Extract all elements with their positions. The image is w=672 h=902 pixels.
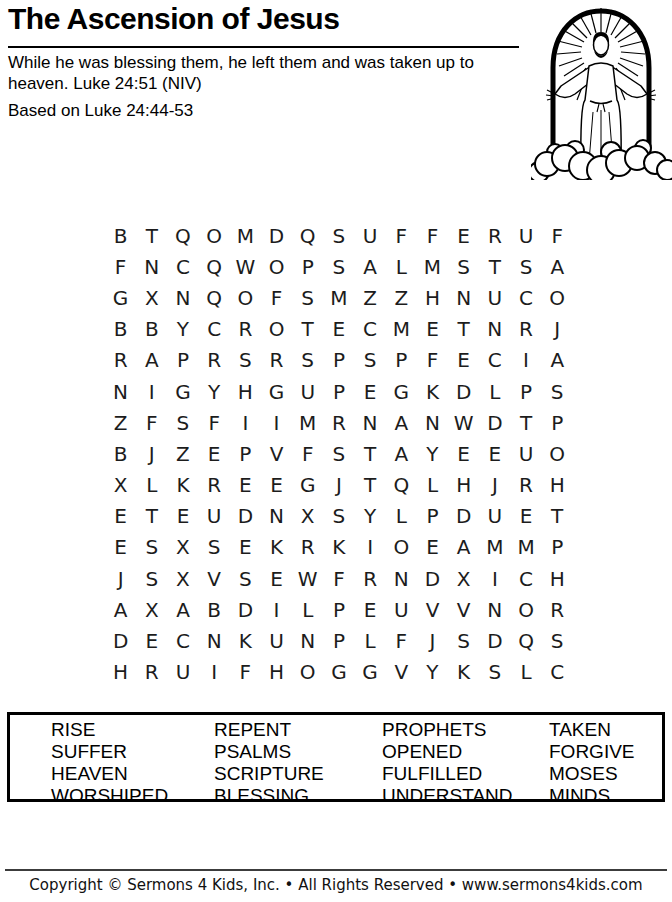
grid-cell-r1c2[interactable]: T: [136, 220, 167, 251]
grid-cell-r4c11[interactable]: E: [417, 314, 448, 345]
grid-cell-r9c2[interactable]: L: [136, 470, 167, 501]
word-bank-list: RISEREPENTPROPHETSTAKENSUFFERPSALMSOPENE…: [10, 715, 662, 807]
grid-cell-r9c1[interactable]: X: [105, 470, 136, 501]
copyright-text: Copyright © Sermons 4 Kids, Inc. • All R…: [0, 876, 672, 894]
word-bank-item-scripture: SCRIPTURE: [214, 763, 382, 785]
grid-cell-r12c6[interactable]: E: [261, 563, 292, 594]
grid-cell-r10c14[interactable]: E: [510, 501, 541, 532]
grid-cell-r7c4[interactable]: F: [199, 407, 230, 438]
grid-cell-r8c12[interactable]: E: [448, 438, 479, 469]
grid-cell-r12c14[interactable]: C: [510, 563, 541, 594]
grid-cell-r11c15[interactable]: P: [542, 532, 573, 563]
grid-cell-r3c4[interactable]: Q: [199, 282, 230, 313]
grid-cell-r10c13[interactable]: U: [479, 501, 510, 532]
grid-cell-r9c8[interactable]: J: [323, 470, 354, 501]
grid-cell-r4c5[interactable]: R: [230, 314, 261, 345]
grid-cell-r11c5[interactable]: E: [230, 532, 261, 563]
grid-cell-r7c2[interactable]: F: [136, 407, 167, 438]
grid-cell-r8c4[interactable]: E: [199, 438, 230, 469]
grid-cell-r1c12[interactable]: E: [448, 220, 479, 251]
grid-cell-r8c13[interactable]: E: [479, 438, 510, 469]
grid-cell-r2c13[interactable]: T: [479, 251, 510, 282]
grid-cell-r5c1[interactable]: R: [105, 345, 136, 376]
grid-cell-r1c1[interactable]: B: [105, 220, 136, 251]
grid-cell-r15c11[interactable]: Y: [417, 657, 448, 688]
page-title: The Ascension of Jesus: [8, 2, 339, 36]
grid-cell-r2c14[interactable]: S: [510, 251, 541, 282]
grid-cell-r15c8[interactable]: G: [323, 657, 354, 688]
grid-cell-r15c10[interactable]: V: [386, 657, 417, 688]
grid-cell-r12c8[interactable]: F: [323, 563, 354, 594]
grid-cell-r11c1[interactable]: E: [105, 532, 136, 563]
grid-cell-r6c8[interactable]: P: [323, 376, 354, 407]
grid-cell-r5c15[interactable]: A: [542, 345, 573, 376]
grid-cell-r1c3[interactable]: Q: [167, 220, 198, 251]
grid-cell-r7c3[interactable]: S: [167, 407, 198, 438]
grid-cell-r6c5[interactable]: H: [230, 376, 261, 407]
grid-cell-r6c13[interactable]: L: [479, 376, 510, 407]
grid-cell-r6c3[interactable]: G: [167, 376, 198, 407]
grid-cell-r9c5[interactable]: E: [230, 470, 261, 501]
grid-cell-r1c4[interactable]: O: [199, 220, 230, 251]
grid-cell-r2c3[interactable]: C: [167, 251, 198, 282]
grid-cell-r4c2[interactable]: B: [136, 314, 167, 345]
grid-cell-r10c10[interactable]: L: [386, 501, 417, 532]
grid-cell-r3c15[interactable]: O: [542, 282, 573, 313]
grid-cell-r4c8[interactable]: E: [323, 314, 354, 345]
grid-cell-r3c7[interactable]: S: [292, 282, 323, 313]
grid-cell-r4c14[interactable]: R: [510, 314, 541, 345]
grid-cell-r13c9[interactable]: E: [355, 594, 386, 625]
grid-cell-r1c13[interactable]: R: [479, 220, 510, 251]
word-bank-item-psalms: PSALMS: [214, 741, 382, 763]
grid-cell-r15c12[interactable]: K: [448, 657, 479, 688]
word-bank: RISEREPENTPROPHETSTAKENSUFFERPSALMSOPENE…: [7, 712, 665, 802]
worksheet-page: The Ascension of Jesus While he was bles…: [0, 0, 672, 902]
grid-cell-r5c10[interactable]: P: [386, 345, 417, 376]
grid-cell-r8c15[interactable]: O: [542, 438, 573, 469]
grid-cell-r12c5[interactable]: S: [230, 563, 261, 594]
grid-cell-r14c9[interactable]: L: [355, 625, 386, 656]
grid-cell-r2c11[interactable]: M: [417, 251, 448, 282]
verse-text: While he was blessing them, he left them…: [8, 52, 548, 94]
grid-cell-r2c5[interactable]: W: [230, 251, 261, 282]
title-divider: [8, 46, 519, 48]
grid-cell-r4c1[interactable]: B: [105, 314, 136, 345]
grid-cell-r7c6[interactable]: I: [261, 407, 292, 438]
grid-cell-r8c3[interactable]: Z: [167, 438, 198, 469]
grid-cell-r4c12[interactable]: T: [448, 314, 479, 345]
grid-cell-r6c4[interactable]: Y: [199, 376, 230, 407]
grid-cell-r1c9[interactable]: U: [355, 220, 386, 251]
grid-cell-r8c11[interactable]: Y: [417, 438, 448, 469]
grid-cell-r12c10[interactable]: N: [386, 563, 417, 594]
grid-cell-r7c7[interactable]: M: [292, 407, 323, 438]
grid-cell-r4c6[interactable]: O: [261, 314, 292, 345]
grid-cell-r12c9[interactable]: R: [355, 563, 386, 594]
grid-cell-r9c10[interactable]: Q: [386, 470, 417, 501]
grid-cell-r5c3[interactable]: P: [167, 345, 198, 376]
grid-cell-r15c2[interactable]: R: [136, 657, 167, 688]
grid-cell-r10c3[interactable]: E: [167, 501, 198, 532]
grid-cell-r12c4[interactable]: V: [199, 563, 230, 594]
grid-cell-r6c14[interactable]: P: [510, 376, 541, 407]
grid-cell-r8c10[interactable]: A: [386, 438, 417, 469]
grid-cell-r14c12[interactable]: S: [448, 625, 479, 656]
grid-cell-r10c2[interactable]: T: [136, 501, 167, 532]
grid-cell-r14c2[interactable]: E: [136, 625, 167, 656]
grid-cell-r13c6[interactable]: I: [261, 594, 292, 625]
grid-cell-r13c13[interactable]: N: [479, 594, 510, 625]
word-search-grid: BTQOMDQSUFFERUFFNCQWOPSALMSTSAGXNQOFSMZZ…: [105, 220, 573, 688]
grid-cell-r11c8[interactable]: K: [323, 532, 354, 563]
grid-cell-r8c8[interactable]: S: [323, 438, 354, 469]
word-bank-item-repent: REPENT: [214, 719, 382, 741]
grid-cell-r13c3[interactable]: A: [167, 594, 198, 625]
grid-cell-r11c13[interactable]: M: [479, 532, 510, 563]
grid-cell-r5c9[interactable]: S: [355, 345, 386, 376]
grid-cell-r14c3[interactable]: C: [167, 625, 198, 656]
grid-cell-r14c4[interactable]: N: [199, 625, 230, 656]
word-bank-item-blessing: BLESSING: [214, 785, 382, 807]
grid-cell-r14c6[interactable]: U: [261, 625, 292, 656]
grid-cell-r2c6[interactable]: O: [261, 251, 292, 282]
grid-cell-r15c1[interactable]: H: [105, 657, 136, 688]
grid-cell-r14c10[interactable]: F: [386, 625, 417, 656]
grid-cell-r13c2[interactable]: X: [136, 594, 167, 625]
grid-cell-r9c14[interactable]: R: [510, 470, 541, 501]
grid-cell-r8c5[interactable]: P: [230, 438, 261, 469]
word-bank-item-prophets: PROPHETS: [382, 719, 549, 741]
grid-cell-r6c2[interactable]: I: [136, 376, 167, 407]
grid-cell-r10c1[interactable]: E: [105, 501, 136, 532]
grid-cell-r1c11[interactable]: F: [417, 220, 448, 251]
grid-cell-r14c8[interactable]: P: [323, 625, 354, 656]
grid-cell-r11c3[interactable]: X: [167, 532, 198, 563]
grid-cell-r5c7[interactable]: S: [292, 345, 323, 376]
grid-cell-r10c8[interactable]: S: [323, 501, 354, 532]
grid-cell-r5c14[interactable]: I: [510, 345, 541, 376]
grid-cell-r1c15[interactable]: F: [542, 220, 573, 251]
grid-cell-r4c7[interactable]: T: [292, 314, 323, 345]
word-bank-item-understand: UNDERSTAND: [382, 785, 549, 807]
grid-cell-r9c11[interactable]: L: [417, 470, 448, 501]
word-bank-item-fulfilled: FULFILLED: [382, 763, 549, 785]
grid-cell-r15c3[interactable]: U: [167, 657, 198, 688]
grid-cell-r9c9[interactable]: T: [355, 470, 386, 501]
footer-divider: [5, 869, 667, 871]
grid-cell-r5c12[interactable]: E: [448, 345, 479, 376]
grid-cell-r15c13[interactable]: S: [479, 657, 510, 688]
grid-cell-r7c13[interactable]: D: [479, 407, 510, 438]
grid-cell-r7c8[interactable]: R: [323, 407, 354, 438]
grid-cell-r11c10[interactable]: O: [386, 532, 417, 563]
grid-cell-r15c14[interactable]: L: [510, 657, 541, 688]
word-bank-item-worshiped: WORSHIPED: [51, 785, 214, 807]
grid-cell-r12c2[interactable]: S: [136, 563, 167, 594]
grid-cell-r12c7[interactable]: W: [292, 563, 323, 594]
grid-cell-r8c1[interactable]: B: [105, 438, 136, 469]
word-bank-item-forgive: FORGIVE: [549, 741, 662, 763]
grid-cell-r14c5[interactable]: K: [230, 625, 261, 656]
grid-cell-r3c6[interactable]: F: [261, 282, 292, 313]
grid-cell-r8c9[interactable]: T: [355, 438, 386, 469]
grid-cell-r9c3[interactable]: K: [167, 470, 198, 501]
grid-cell-r4c15[interactable]: J: [542, 314, 573, 345]
grid-cell-r10c9[interactable]: Y: [355, 501, 386, 532]
grid-cell-r2c4[interactable]: Q: [199, 251, 230, 282]
grid-cell-r1c6[interactable]: D: [261, 220, 292, 251]
grid-cell-r3c5[interactable]: O: [230, 282, 261, 313]
grid-cell-r2c2[interactable]: N: [136, 251, 167, 282]
verse-line-1: While he was blessing them, he left them…: [8, 52, 548, 73]
word-bank-item-rise: RISE: [51, 719, 214, 741]
grid-cell-r4c10[interactable]: M: [386, 314, 417, 345]
grid-cell-r14c13[interactable]: D: [479, 625, 510, 656]
grid-cell-r12c15[interactable]: H: [542, 563, 573, 594]
grid-cell-r11c4[interactable]: S: [199, 532, 230, 563]
grid-cell-r9c4[interactable]: R: [199, 470, 230, 501]
grid-cell-r15c4[interactable]: I: [199, 657, 230, 688]
grid-cell-r11c11[interactable]: E: [417, 532, 448, 563]
grid-cell-r12c12[interactable]: X: [448, 563, 479, 594]
grid-cell-r14c14[interactable]: Q: [510, 625, 541, 656]
grid-cell-r11c7[interactable]: R: [292, 532, 323, 563]
grid-cell-r11c2[interactable]: S: [136, 532, 167, 563]
grid-cell-r10c11[interactable]: P: [417, 501, 448, 532]
grid-cell-r7c9[interactable]: N: [355, 407, 386, 438]
grid-cell-r10c7[interactable]: X: [292, 501, 323, 532]
grid-cell-r1c14[interactable]: U: [510, 220, 541, 251]
grid-cell-r9c13[interactable]: J: [479, 470, 510, 501]
grid-cell-r2c15[interactable]: A: [542, 251, 573, 282]
grid-cell-r15c6[interactable]: H: [261, 657, 292, 688]
grid-cell-r13c12[interactable]: V: [448, 594, 479, 625]
grid-cell-r8c7[interactable]: F: [292, 438, 323, 469]
grid-cell-r7c1[interactable]: Z: [105, 407, 136, 438]
grid-cell-r6c7[interactable]: U: [292, 376, 323, 407]
grid-cell-r5c11[interactable]: F: [417, 345, 448, 376]
grid-cell-r4c4[interactable]: C: [199, 314, 230, 345]
grid-cell-r3c14[interactable]: C: [510, 282, 541, 313]
grid-cell-r9c12[interactable]: H: [448, 470, 479, 501]
grid-cell-r1c8[interactable]: S: [323, 220, 354, 251]
jesus-ascension-illustration: [531, 0, 672, 180]
grid-cell-r5c8[interactable]: P: [323, 345, 354, 376]
grid-cell-r3c12[interactable]: N: [448, 282, 479, 313]
word-bank-item-minds: MINDS: [549, 785, 662, 807]
grid-cell-r9c7[interactable]: G: [292, 470, 323, 501]
grid-cell-r14c1[interactable]: D: [105, 625, 136, 656]
grid-cell-r14c7[interactable]: N: [292, 625, 323, 656]
grid-cell-r6c11[interactable]: K: [417, 376, 448, 407]
word-bank-item-heaven: HEAVEN: [51, 763, 214, 785]
grid-cell-r11c12[interactable]: A: [448, 532, 479, 563]
grid-cell-r15c15[interactable]: C: [542, 657, 573, 688]
grid-cell-r6c15[interactable]: S: [542, 376, 573, 407]
grid-cell-r13c4[interactable]: B: [199, 594, 230, 625]
grid-cell-r5c6[interactable]: R: [261, 345, 292, 376]
grid-cell-r15c7[interactable]: O: [292, 657, 323, 688]
grid-cell-r3c13[interactable]: U: [479, 282, 510, 313]
grid-cell-r13c10[interactable]: U: [386, 594, 417, 625]
grid-cell-r7c11[interactable]: N: [417, 407, 448, 438]
grid-cell-r3c2[interactable]: X: [136, 282, 167, 313]
grid-cell-r8c2[interactable]: J: [136, 438, 167, 469]
grid-cell-r2c12[interactable]: S: [448, 251, 479, 282]
grid-cell-r6c12[interactable]: D: [448, 376, 479, 407]
grid-cell-r4c9[interactable]: C: [355, 314, 386, 345]
grid-cell-r13c5[interactable]: D: [230, 594, 261, 625]
grid-cell-r10c15[interactable]: T: [542, 501, 573, 532]
grid-cell-r15c9[interactable]: G: [355, 657, 386, 688]
grid-cell-r4c3[interactable]: Y: [167, 314, 198, 345]
grid-cell-r7c14[interactable]: T: [510, 407, 541, 438]
grid-cell-r12c1[interactable]: J: [105, 563, 136, 594]
grid-cell-r1c7[interactable]: Q: [292, 220, 323, 251]
grid-cell-r13c14[interactable]: O: [510, 594, 541, 625]
grid-cell-r5c4[interactable]: R: [199, 345, 230, 376]
grid-cell-r11c14[interactable]: M: [510, 532, 541, 563]
grid-cell-r10c4[interactable]: U: [199, 501, 230, 532]
grid-cell-r13c15[interactable]: R: [542, 594, 573, 625]
grid-cell-r5c2[interactable]: A: [136, 345, 167, 376]
word-bank-item-opened: OPENED: [382, 741, 549, 763]
grid-cell-r4c13[interactable]: N: [479, 314, 510, 345]
grid-cell-r2c9[interactable]: A: [355, 251, 386, 282]
verse-line-2: heaven. Luke 24:51 (NIV): [8, 73, 548, 94]
grid-cell-r10c6[interactable]: N: [261, 501, 292, 532]
grid-cell-r1c10[interactable]: F: [386, 220, 417, 251]
grid-cell-r3c8[interactable]: M: [323, 282, 354, 313]
grid-cell-r13c1[interactable]: A: [105, 594, 136, 625]
grid-cell-r13c11[interactable]: V: [417, 594, 448, 625]
based-on-text: Based on Luke 24:44-53: [8, 101, 193, 121]
grid-cell-r2c1[interactable]: F: [105, 251, 136, 282]
grid-cell-r3c10[interactable]: Z: [386, 282, 417, 313]
grid-cell-r13c8[interactable]: P: [323, 594, 354, 625]
grid-cell-r7c5[interactable]: I: [230, 407, 261, 438]
grid-cell-r13c7[interactable]: L: [292, 594, 323, 625]
grid-cell-r15c5[interactable]: F: [230, 657, 261, 688]
grid-cell-r8c14[interactable]: U: [510, 438, 541, 469]
grid-cell-r9c15[interactable]: H: [542, 470, 573, 501]
word-bank-item-suffer: SUFFER: [51, 741, 214, 763]
grid-cell-r8c6[interactable]: V: [261, 438, 292, 469]
word-bank-item-taken: TAKEN: [549, 719, 662, 741]
grid-cell-r14c11[interactable]: J: [417, 625, 448, 656]
grid-cell-r6c9[interactable]: E: [355, 376, 386, 407]
grid-cell-r5c13[interactable]: C: [479, 345, 510, 376]
grid-cell-r6c10[interactable]: G: [386, 376, 417, 407]
grid-cell-r6c6[interactable]: G: [261, 376, 292, 407]
grid-cell-r12c3[interactable]: X: [167, 563, 198, 594]
grid-cell-r10c12[interactable]: D: [448, 501, 479, 532]
grid-cell-r6c1[interactable]: N: [105, 376, 136, 407]
grid-cell-r3c9[interactable]: Z: [355, 282, 386, 313]
grid-cell-r10c5[interactable]: D: [230, 501, 261, 532]
grid-cell-r1c5[interactable]: M: [230, 220, 261, 251]
grid-cell-r7c12[interactable]: W: [448, 407, 479, 438]
grid-cell-r7c15[interactable]: P: [542, 407, 573, 438]
grid-cell-r3c3[interactable]: N: [167, 282, 198, 313]
grid-cell-r2c8[interactable]: S: [323, 251, 354, 282]
word-bank-item-moses: MOSES: [549, 763, 662, 785]
grid-cell-r12c13[interactable]: I: [479, 563, 510, 594]
grid-cell-r3c1[interactable]: G: [105, 282, 136, 313]
grid-cell-r11c6[interactable]: K: [261, 532, 292, 563]
grid-cell-r5c5[interactable]: S: [230, 345, 261, 376]
grid-cell-r12c11[interactable]: D: [417, 563, 448, 594]
grid-cell-r2c10[interactable]: L: [386, 251, 417, 282]
grid-cell-r9c6[interactable]: E: [261, 470, 292, 501]
grid-cell-r14c15[interactable]: S: [542, 625, 573, 656]
grid-cell-r3c11[interactable]: H: [417, 282, 448, 313]
grid-cell-r7c10[interactable]: A: [386, 407, 417, 438]
grid-cell-r2c7[interactable]: P: [292, 251, 323, 282]
grid-cell-r11c9[interactable]: I: [355, 532, 386, 563]
